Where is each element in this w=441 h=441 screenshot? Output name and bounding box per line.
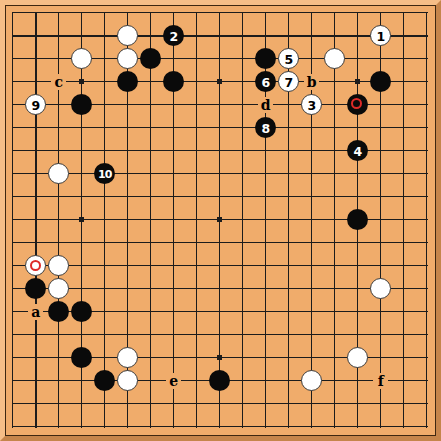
letter-label: a xyxy=(28,304,43,320)
letter-label: f xyxy=(373,373,388,389)
move-number: 1 xyxy=(376,30,385,43)
move-number: 4 xyxy=(353,145,362,158)
star-point xyxy=(217,355,222,360)
red-circle-marker-icon xyxy=(30,260,41,271)
letter-label: d xyxy=(258,97,273,113)
red-circle-marker-icon xyxy=(351,98,362,109)
move-number: 7 xyxy=(284,76,293,89)
move-number: 9 xyxy=(31,99,40,112)
move-number: 8 xyxy=(261,122,270,135)
move-number: 2 xyxy=(169,30,178,43)
move-number: 5 xyxy=(284,53,293,66)
move-number: 6 xyxy=(261,76,270,89)
letter-label: c xyxy=(51,74,66,90)
star-point xyxy=(217,217,222,222)
star-point xyxy=(79,79,84,84)
star-point xyxy=(217,79,222,84)
letter-label: b xyxy=(304,74,319,90)
star-point xyxy=(79,217,84,222)
move-number: 3 xyxy=(307,99,316,112)
star-point xyxy=(355,79,360,84)
move-number: 10 xyxy=(98,169,111,180)
letter-label: e xyxy=(166,373,181,389)
go-board: 21567938410abcdef xyxy=(0,0,441,441)
